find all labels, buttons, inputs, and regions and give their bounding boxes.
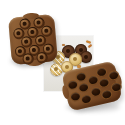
left-mold	[8, 14, 58, 65]
donut-cavity	[22, 53, 34, 65]
donut-cavity	[87, 75, 97, 84]
donut-cavity	[70, 91, 80, 100]
donut-cavity	[76, 71, 86, 80]
garnish-bit	[62, 44, 65, 46]
donut-cavity	[36, 51, 48, 63]
donut-cavity	[67, 80, 77, 89]
donut-cavity	[81, 94, 91, 103]
donut-cavity	[99, 78, 109, 87]
chocolate-donut	[80, 51, 92, 63]
donut-cavity	[90, 87, 100, 96]
donut-cavity	[78, 83, 88, 92]
product-image[interactable]	[0, 0, 125, 125]
donut-cavity	[101, 89, 111, 98]
garnish-bit	[88, 44, 92, 48]
donut-cavity	[96, 67, 106, 76]
